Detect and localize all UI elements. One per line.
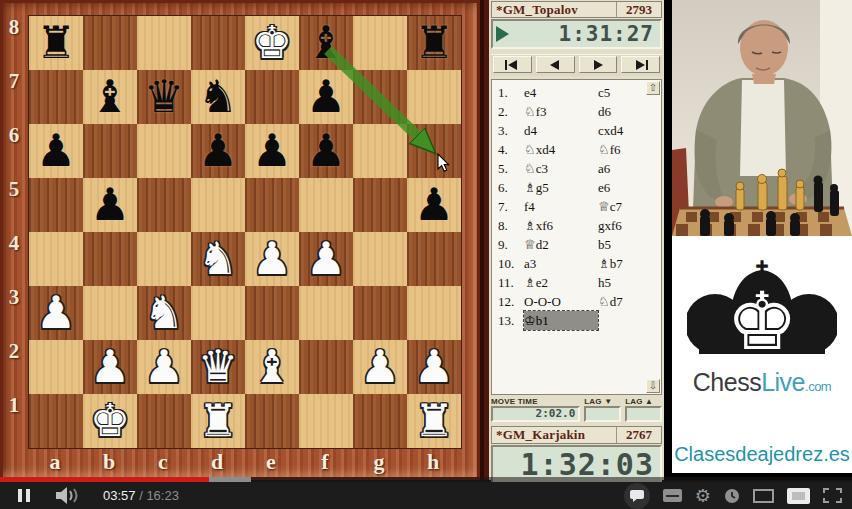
white-rook: ♜	[191, 394, 245, 447]
black-pawn: ♟	[191, 124, 245, 177]
theater-icon	[753, 489, 774, 503]
move-time-label: MOVE TIME	[491, 397, 580, 406]
right-column: ♚ ✚ ChessLive.com Clasesdeajedrez.es	[664, 0, 852, 480]
large-player-icon	[787, 488, 810, 504]
square-c4[interactable]	[137, 232, 191, 286]
black-pawn: ♟	[245, 124, 299, 177]
move-time-value: 2:02.0	[491, 406, 580, 422]
move-row-13[interactable]: 13.♔b1	[498, 311, 661, 330]
square-c2[interactable]: ♟	[137, 340, 191, 394]
move-white[interactable]: e4	[524, 83, 598, 102]
square-e4[interactable]: ♟	[245, 232, 299, 286]
square-a6[interactable]: ♟	[29, 124, 83, 178]
to-move-indicator-icon	[496, 26, 509, 42]
square-b8[interactable]	[83, 16, 137, 70]
square-h6[interactable]	[407, 124, 461, 178]
file-label-b: b	[82, 449, 136, 480]
chesslive-wordmark: ChessLive.com	[672, 368, 852, 397]
site-link: Clasesdeajedrez.es	[672, 443, 852, 466]
speech-bubble-icon	[629, 489, 645, 503]
move-number: 5.	[498, 159, 524, 178]
white-pawn: ♟	[83, 340, 137, 393]
rank-label-5: 5	[0, 177, 28, 231]
white-pawn: ♟	[245, 232, 299, 285]
square-e1[interactable]	[245, 394, 299, 448]
square-h1[interactable]: ♜	[407, 394, 461, 448]
black-rook: ♜	[29, 16, 83, 69]
file-label-f: f	[298, 449, 352, 480]
square-h4[interactable]	[407, 232, 461, 286]
top-player-rating: 2793	[616, 2, 661, 18]
file-label-g: g	[352, 449, 406, 480]
black-rook: ♜	[407, 16, 461, 69]
move-number: 7.	[498, 197, 524, 216]
move-number: 8.	[498, 216, 524, 235]
square-f6[interactable]: ♟	[299, 124, 353, 178]
square-h5[interactable]: ♟	[407, 178, 461, 232]
square-h7[interactable]	[407, 70, 461, 124]
square-e5[interactable]	[245, 178, 299, 232]
next-move-button[interactable]	[579, 56, 618, 73]
square-e3[interactable]	[245, 286, 299, 340]
move-row-1[interactable]: 1.e4c5	[498, 83, 661, 102]
duration: 16:23	[146, 488, 179, 503]
theater-mode-button[interactable]	[753, 489, 774, 503]
move-row-4[interactable]: 4.♘xd4♘f6	[498, 140, 661, 159]
square-f8[interactable]: ♝	[299, 16, 353, 70]
first-move-button[interactable]	[493, 56, 532, 73]
square-g5[interactable]	[353, 178, 407, 232]
square-g3[interactable]	[353, 286, 407, 340]
captions-icon	[663, 489, 682, 502]
black-pawn: ♟	[407, 178, 461, 231]
black-bishop: ♝	[83, 70, 137, 123]
move-row-11[interactable]: 11.♗e2h5	[498, 273, 661, 292]
square-c8[interactable]	[137, 16, 191, 70]
move-list-scrollbar[interactable]: ⇧ ⇩	[645, 81, 660, 393]
svg-text:✚: ✚	[755, 257, 768, 276]
square-g7[interactable]	[353, 70, 407, 124]
previous-move-button[interactable]	[536, 56, 575, 73]
square-g2[interactable]: ♟	[353, 340, 407, 394]
file-label-e: e	[244, 449, 298, 480]
white-pawn: ♟	[353, 340, 407, 393]
black-knight: ♞	[191, 70, 245, 123]
move-number: 13.	[498, 311, 524, 330]
fullscreen-icon	[823, 488, 842, 503]
square-d5[interactable]	[191, 178, 245, 232]
move-white[interactable]: f4	[524, 197, 598, 216]
move-white[interactable]: ♘xd4	[524, 140, 598, 159]
move-navigation	[491, 54, 662, 76]
rank-label-4: 4	[0, 231, 28, 285]
move-white[interactable]: ♕d2	[524, 235, 598, 254]
move-row-2[interactable]: 2.♘f3d6	[498, 102, 661, 121]
lag-down-label: LAG ▼	[584, 397, 621, 406]
square-g1[interactable]	[353, 394, 407, 448]
settings-button[interactable]: ⚙	[695, 487, 711, 505]
move-number: 3.	[498, 121, 524, 140]
white-pawn: ♟	[29, 286, 83, 339]
white-pawn: ♟	[407, 340, 461, 393]
move-number: 12.	[498, 292, 524, 311]
white-pawn: ♟	[137, 340, 191, 393]
black-bishop: ♝	[299, 16, 353, 69]
square-h3[interactable]	[407, 286, 461, 340]
square-d4[interactable]: ♞	[191, 232, 245, 286]
black-queen: ♛	[137, 70, 191, 123]
rank-label-3: 3	[0, 285, 28, 339]
top-player-clock: 1:31:27	[491, 19, 662, 49]
square-d7[interactable]: ♞	[191, 70, 245, 124]
last-move-button[interactable]	[621, 56, 660, 73]
square-f4[interactable]: ♟	[299, 232, 353, 286]
square-a3[interactable]: ♟	[29, 286, 83, 340]
chess-board[interactable]: ♜♚♝♜♝♛♞♟♟♟♟♟♟♟♞♟♟♟♞♟♟♛♝♟♟♚♜♜	[28, 15, 462, 449]
rank-label-8: 8	[0, 15, 28, 69]
rank-label-2: 2	[0, 339, 28, 393]
move-white[interactable]: ♗g5	[524, 178, 598, 197]
square-d1[interactable]: ♜	[191, 394, 245, 448]
move-row-7[interactable]: 7.f4♕c7	[498, 197, 661, 216]
square-g6[interactable]	[353, 124, 407, 178]
bottom-player-bar: *GM_Karjakin 2767	[491, 426, 662, 444]
move-row-6[interactable]: 6.♗g5e6	[498, 178, 661, 197]
square-c5[interactable]	[137, 178, 191, 232]
square-f3[interactable]	[299, 286, 353, 340]
square-a5[interactable]	[29, 178, 83, 232]
square-f5[interactable]	[299, 178, 353, 232]
pause-button[interactable]	[18, 489, 30, 502]
square-c1[interactable]	[137, 394, 191, 448]
square-b6[interactable]	[83, 124, 137, 178]
move-row-5[interactable]: 5.♘c3a6	[498, 159, 661, 178]
status-row: MOVE TIME 2:02.0 LAG ▼ LAG ▲	[491, 397, 662, 424]
square-d6[interactable]: ♟	[191, 124, 245, 178]
move-list[interactable]: 1.e4c52.♘f3d63.d4cxd44.♘xd4♘f65.♘c3a66.♗…	[491, 79, 662, 395]
large-player-button[interactable]	[787, 488, 810, 504]
square-b5[interactable]: ♟	[83, 178, 137, 232]
volume-button[interactable]	[56, 487, 81, 504]
square-b1[interactable]: ♚	[83, 394, 137, 448]
move-row-10[interactable]: 10.a3♗b7	[498, 254, 661, 273]
square-d2[interactable]: ♛	[191, 340, 245, 394]
square-b7[interactable]: ♝	[83, 70, 137, 124]
rank-label-7: 7	[0, 69, 28, 123]
white-queen: ♛	[191, 340, 245, 393]
square-e6[interactable]: ♟	[245, 124, 299, 178]
time-separator: /	[136, 488, 147, 503]
move-number: 1.	[498, 83, 524, 102]
white-bishop: ♝	[245, 340, 299, 393]
square-e7[interactable]	[245, 70, 299, 124]
board-area: 87654321 abcdefgh ♜♚♝♜♝♛♞♟♟♟♟♟♟♟♞♟♟♟♞♟♟♛…	[0, 0, 484, 480]
black-king: ♚	[245, 16, 299, 69]
black-pawn: ♟	[29, 124, 83, 177]
file-label-h: h	[406, 449, 460, 480]
lag-up-label: LAG ▲	[625, 397, 662, 406]
move-row-3[interactable]: 3.d4cxd4	[498, 121, 661, 140]
square-b2[interactable]: ♟	[83, 340, 137, 394]
top-clock-time: 1:31:27	[509, 22, 660, 46]
watch-later-button[interactable]	[724, 488, 740, 504]
black-pawn: ♟	[299, 124, 353, 177]
current-time: 03:57	[103, 488, 136, 503]
square-g4[interactable]	[353, 232, 407, 286]
move-white[interactable]: ♘f3	[524, 102, 598, 121]
fullscreen-button[interactable]	[823, 488, 842, 503]
square-f2[interactable]	[299, 340, 353, 394]
move-number: 10.	[498, 254, 524, 273]
move-white[interactable]: d4	[524, 121, 598, 140]
annotations-button[interactable]	[624, 483, 650, 509]
square-a8[interactable]: ♜	[29, 16, 83, 70]
gear-icon: ⚙	[695, 487, 711, 505]
game-panel: *GM_Topalov 2793 1:31:27 1.e4c52.♘f3d63.…	[484, 0, 664, 480]
move-white[interactable]: ♔b1	[524, 311, 598, 330]
presenter-photo	[672, 0, 852, 236]
bottom-player-rating: 2767	[616, 427, 661, 443]
square-a2[interactable]	[29, 340, 83, 394]
clock-icon	[724, 488, 740, 504]
scroll-down-button[interactable]: ⇩	[646, 379, 660, 393]
square-c7[interactable]: ♛	[137, 70, 191, 124]
brand-com: .com	[805, 379, 831, 394]
move-number: 4.	[498, 140, 524, 159]
move-number: 2.	[498, 102, 524, 121]
square-a1[interactable]	[29, 394, 83, 448]
move-row-8[interactable]: 8.♗xf6gxf6	[498, 216, 661, 235]
square-a7[interactable]	[29, 70, 83, 124]
square-f1[interactable]	[299, 394, 353, 448]
square-c6[interactable]	[137, 124, 191, 178]
file-label-c: c	[136, 449, 190, 480]
move-number: 6.	[498, 178, 524, 197]
top-player-name: *GM_Topalov	[492, 2, 616, 18]
rank-label-6: 6	[0, 123, 28, 177]
brand-chess: Chess	[693, 368, 761, 396]
white-knight: ♞	[137, 286, 191, 339]
time-display: 03:57 / 16:23	[103, 488, 179, 503]
lag-up-value	[625, 406, 662, 422]
white-king: ♚	[83, 394, 137, 447]
chesslive-logo-icon: ♚ ✚	[687, 246, 837, 366]
move-white[interactable]: a3	[524, 254, 598, 273]
move-white[interactable]: ♗xf6	[524, 216, 598, 235]
lag-down-value	[584, 406, 621, 422]
rank-label-1: 1	[0, 393, 28, 447]
square-e2[interactable]: ♝	[245, 340, 299, 394]
brand-live: Live	[761, 368, 805, 396]
file-label-d: d	[190, 449, 244, 480]
move-white[interactable]: ♗e2	[524, 273, 598, 292]
captions-button[interactable]	[663, 489, 682, 502]
move-number: 11.	[498, 273, 524, 292]
square-e8[interactable]: ♚	[245, 16, 299, 70]
square-h2[interactable]: ♟	[407, 340, 461, 394]
scroll-up-button[interactable]: ⇧	[646, 81, 660, 95]
square-c3[interactable]: ♞	[137, 286, 191, 340]
move-row-9[interactable]: 9.♕d2b5	[498, 235, 661, 254]
square-b3[interactable]	[83, 286, 137, 340]
black-pawn: ♟	[299, 70, 353, 123]
player-control-bar: 03:57 / 16:23 ⚙	[0, 482, 852, 509]
square-a4[interactable]	[29, 232, 83, 286]
chesslive-logo-box: ♚ ✚ ChessLive.com Clasesdeajedrez.es	[672, 236, 852, 473]
bottom-player-name: *GM_Karjakin	[492, 427, 616, 443]
square-d3[interactable]	[191, 286, 245, 340]
square-b4[interactable]	[83, 232, 137, 286]
white-pawn: ♟	[299, 232, 353, 285]
square-g8[interactable]	[353, 16, 407, 70]
top-player-bar: *GM_Topalov 2793	[491, 1, 662, 18]
move-row-12[interactable]: 12.O-O-O♘d7	[498, 292, 661, 311]
video-player: 87654321 abcdefgh ♜♚♝♜♝♛♞♟♟♟♟♟♟♟♞♟♟♟♞♟♟♛…	[0, 0, 852, 509]
square-h8[interactable]: ♜	[407, 16, 461, 70]
move-number: 9.	[498, 235, 524, 254]
black-pawn: ♟	[83, 178, 137, 231]
move-white[interactable]: O-O-O	[524, 292, 598, 311]
white-rook: ♜	[407, 394, 461, 447]
svg-text:♚: ♚	[726, 275, 798, 366]
moves: 1.e4c52.♘f3d63.d4cxd44.♘xd4♘f65.♘c3a66.♗…	[498, 83, 661, 330]
square-d8[interactable]	[191, 16, 245, 70]
speaker-icon	[56, 487, 81, 504]
white-knight: ♞	[191, 232, 245, 285]
move-white[interactable]: ♘c3	[524, 159, 598, 178]
file-label-a: a	[28, 449, 82, 480]
chess-board-frame: 87654321 abcdefgh ♜♚♝♜♝♛♞♟♟♟♟♟♟♟♞♟♟♟♞♟♟♛…	[0, 0, 480, 480]
square-f7[interactable]: ♟	[299, 70, 353, 124]
